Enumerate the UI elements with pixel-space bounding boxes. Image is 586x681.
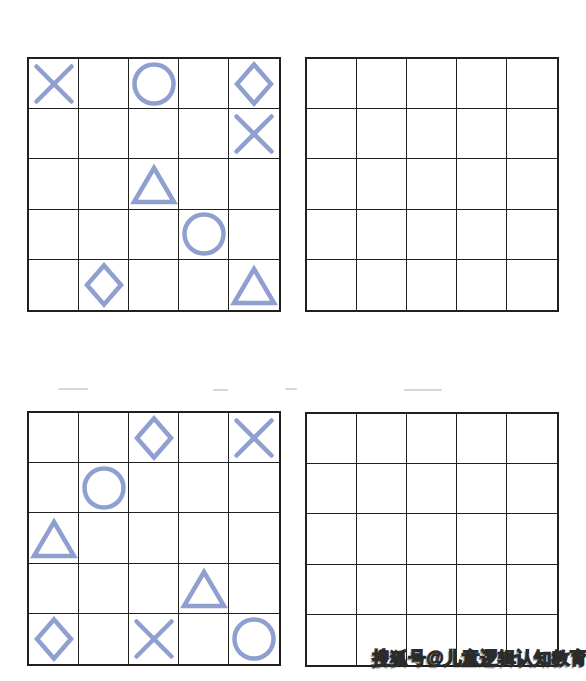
cell-r4c4[interactable] (179, 210, 229, 260)
triangle-icon (182, 566, 226, 610)
circle-icon (82, 466, 126, 510)
cell-r2c1[interactable] (307, 464, 357, 514)
cell-r2c2[interactable] (357, 109, 407, 159)
cell-r3c2[interactable] (357, 514, 407, 564)
cell-r3c4[interactable] (179, 513, 229, 563)
cell-r4c2[interactable] (79, 210, 129, 260)
cell-r2c5[interactable] (507, 464, 557, 514)
cell-r1c1[interactable] (307, 414, 357, 464)
circle-symbol (232, 617, 276, 661)
cell-r1c1[interactable] (29, 59, 79, 109)
cell-r2c2[interactable] (79, 463, 129, 513)
cell-r4c3[interactable] (129, 564, 179, 614)
cell-r1c2[interactable] (357, 59, 407, 109)
cell-r5c4[interactable] (457, 260, 507, 310)
cell-r2c2[interactable] (357, 464, 407, 514)
cross-symbol (132, 617, 176, 661)
cell-r1c3[interactable] (129, 413, 179, 463)
cell-r4c1[interactable] (29, 210, 79, 260)
cell-r5c3[interactable] (129, 260, 179, 310)
worksheet-page: 搜狐号@儿童逻辑认知教育 (0, 0, 586, 681)
cell-r1c4[interactable] (179, 59, 229, 109)
triangle-icon (232, 263, 276, 307)
cell-r1c5[interactable] (229, 413, 279, 463)
cell-r4c5[interactable] (229, 210, 279, 260)
cell-r5c1[interactable] (29, 260, 79, 310)
cell-r2c3[interactable] (407, 109, 457, 159)
cross-symbol (232, 112, 276, 156)
smudge-artifact-1 (58, 388, 88, 390)
diamond-symbol (32, 617, 76, 661)
cell-r1c1[interactable] (307, 59, 357, 109)
diamond-symbol (232, 62, 276, 106)
diamond-icon (232, 62, 276, 106)
cell-r1c2[interactable] (357, 414, 407, 464)
cell-r2c1[interactable] (29, 463, 79, 513)
cell-r5c1[interactable] (307, 615, 357, 665)
cell-r2c4[interactable] (179, 109, 229, 159)
puzzle1-answer-grid (305, 57, 559, 312)
cell-r2c4[interactable] (457, 464, 507, 514)
smudge-artifact-3 (285, 388, 297, 390)
cell-r4c2[interactable] (79, 564, 129, 614)
cross-icon (32, 62, 76, 106)
smudge-artifact-2 (213, 389, 228, 391)
cell-r3c3[interactable] (129, 159, 179, 209)
cell-r2c3[interactable] (129, 109, 179, 159)
cell-r4c3[interactable] (129, 210, 179, 260)
cell-r2c5[interactable] (229, 109, 279, 159)
cell-r1c5[interactable] (507, 414, 557, 464)
cell-r4c4[interactable] (457, 565, 507, 615)
circle-icon (182, 212, 226, 256)
diamond-symbol (132, 416, 176, 460)
cell-r4c1[interactable] (29, 564, 79, 614)
cross-icon (132, 617, 176, 661)
cell-r3c5[interactable] (507, 159, 557, 209)
cell-r5c3[interactable] (407, 260, 457, 310)
circle-symbol (182, 212, 226, 256)
cell-r3c3[interactable] (407, 159, 457, 209)
cell-r2c4[interactable] (179, 463, 229, 513)
cell-r3c1[interactable] (307, 514, 357, 564)
cell-r4c4[interactable] (179, 564, 229, 614)
cell-r2c1[interactable] (307, 109, 357, 159)
cell-r5c5[interactable] (229, 260, 279, 310)
diamond-icon (132, 416, 176, 460)
cell-r5c4[interactable] (179, 614, 229, 664)
triangle-icon (132, 162, 176, 206)
cell-r3c3[interactable] (407, 514, 457, 564)
cell-r4c5[interactable] (507, 210, 557, 260)
cell-r4c5[interactable] (229, 564, 279, 614)
cell-r5c1[interactable] (307, 260, 357, 310)
cross-icon (232, 416, 276, 460)
diamond-icon (82, 263, 126, 307)
puzzle2-answer-grid (305, 412, 559, 667)
cell-r2c5[interactable] (229, 463, 279, 513)
cell-r3c2[interactable] (79, 159, 129, 209)
cell-r3c4[interactable] (457, 159, 507, 209)
cell-r4c3[interactable] (407, 210, 457, 260)
cross-symbol (232, 416, 276, 460)
cell-r5c4[interactable] (179, 260, 229, 310)
cell-r3c5[interactable] (229, 513, 279, 563)
cell-r2c3[interactable] (407, 464, 457, 514)
cell-r3c1[interactable] (29, 159, 79, 209)
cell-r2c5[interactable] (507, 109, 557, 159)
cell-r2c3[interactable] (129, 463, 179, 513)
cell-r5c1[interactable] (29, 614, 79, 664)
cell-r1c2[interactable] (79, 59, 129, 109)
cell-r5c2[interactable] (79, 260, 129, 310)
cell-r5c5[interactable] (229, 614, 279, 664)
cell-r3c4[interactable] (179, 159, 229, 209)
circle-icon (232, 617, 276, 661)
circle-symbol (82, 466, 126, 510)
cell-r4c5[interactable] (507, 565, 557, 615)
cell-r3c5[interactable] (229, 159, 279, 209)
triangle-symbol (182, 566, 226, 610)
cell-r5c3[interactable] (129, 614, 179, 664)
watermark: 搜狐号@儿童逻辑认知教育 (372, 646, 586, 670)
cell-r5c2[interactable] (357, 260, 407, 310)
cell-r5c2[interactable] (79, 614, 129, 664)
cell-r3c5[interactable] (507, 514, 557, 564)
triangle-icon (32, 516, 76, 560)
circle-icon (132, 62, 176, 106)
cell-r4c2[interactable] (357, 210, 407, 260)
triangle-symbol (32, 516, 76, 560)
triangle-symbol (232, 263, 276, 307)
cell-r1c3[interactable] (407, 414, 457, 464)
cell-r3c2[interactable] (357, 159, 407, 209)
cell-r1c3[interactable] (407, 59, 457, 109)
cell-r3c1[interactable] (307, 159, 357, 209)
cell-r1c3[interactable] (129, 59, 179, 109)
cell-r4c2[interactable] (357, 565, 407, 615)
cell-r1c4[interactable] (457, 414, 507, 464)
cell-r1c1[interactable] (29, 413, 79, 463)
cell-r5c5[interactable] (507, 260, 557, 310)
cell-r1c4[interactable] (179, 413, 229, 463)
cell-r2c1[interactable] (29, 109, 79, 159)
cell-r2c2[interactable] (79, 109, 129, 159)
cell-r3c3[interactable] (129, 513, 179, 563)
cell-r1c5[interactable] (229, 59, 279, 109)
cell-r1c2[interactable] (79, 413, 129, 463)
cell-r4c4[interactable] (457, 210, 507, 260)
circle-symbol (132, 62, 176, 106)
cell-r2c4[interactable] (457, 109, 507, 159)
cell-r1c5[interactable] (507, 59, 557, 109)
triangle-symbol (132, 162, 176, 206)
cell-r3c2[interactable] (79, 513, 129, 563)
cell-r3c4[interactable] (457, 514, 507, 564)
cross-icon (232, 112, 276, 156)
diamond-icon (32, 617, 76, 661)
cell-r3c1[interactable] (29, 513, 79, 563)
cell-r1c4[interactable] (457, 59, 507, 109)
puzzle2-given-grid (27, 411, 281, 666)
cell-r4c1[interactable] (307, 565, 357, 615)
cell-r4c3[interactable] (407, 565, 457, 615)
puzzle1-given-grid (27, 57, 281, 312)
cross-symbol (32, 62, 76, 106)
smudge-artifact-4 (404, 389, 442, 391)
diamond-symbol (82, 263, 126, 307)
cell-r4c1[interactable] (307, 210, 357, 260)
